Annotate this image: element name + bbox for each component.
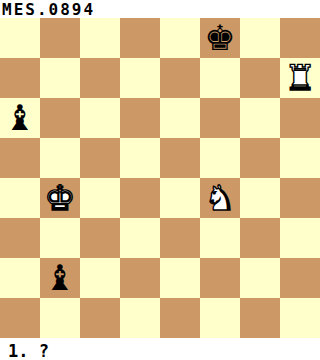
square-c3[interactable] bbox=[80, 218, 120, 258]
square-e5[interactable] bbox=[160, 138, 200, 178]
square-b3[interactable] bbox=[40, 218, 80, 258]
square-e4[interactable] bbox=[160, 178, 200, 218]
square-e6[interactable] bbox=[160, 98, 200, 138]
square-c1[interactable] bbox=[80, 298, 120, 338]
square-b1[interactable] bbox=[40, 298, 80, 338]
white-knight[interactable]: ♞ bbox=[204, 181, 235, 216]
square-f1[interactable] bbox=[200, 298, 240, 338]
square-a2[interactable] bbox=[0, 258, 40, 298]
square-g4[interactable] bbox=[240, 178, 280, 218]
square-b6[interactable] bbox=[40, 98, 80, 138]
move-prompt: 1. ? bbox=[0, 338, 320, 360]
square-h5[interactable] bbox=[280, 138, 320, 178]
square-b8[interactable] bbox=[40, 18, 80, 58]
square-e1[interactable] bbox=[160, 298, 200, 338]
black-bishop[interactable]: ♝ bbox=[44, 261, 75, 296]
black-bishop[interactable]: ♝ bbox=[4, 101, 35, 136]
square-a3[interactable] bbox=[0, 218, 40, 258]
square-c4[interactable] bbox=[80, 178, 120, 218]
square-d4[interactable] bbox=[120, 178, 160, 218]
square-h8[interactable] bbox=[280, 18, 320, 58]
square-c7[interactable] bbox=[80, 58, 120, 98]
square-f8[interactable]: ♚ bbox=[200, 18, 240, 58]
square-a8[interactable] bbox=[0, 18, 40, 58]
square-g2[interactable] bbox=[240, 258, 280, 298]
square-e2[interactable] bbox=[160, 258, 200, 298]
square-h2[interactable] bbox=[280, 258, 320, 298]
chess-board: ♚♜♝♚♞♝ bbox=[0, 18, 320, 338]
square-a5[interactable] bbox=[0, 138, 40, 178]
square-g1[interactable] bbox=[240, 298, 280, 338]
square-d5[interactable] bbox=[120, 138, 160, 178]
black-king[interactable]: ♚ bbox=[204, 21, 235, 56]
white-rook[interactable]: ♜ bbox=[284, 61, 315, 96]
square-d7[interactable] bbox=[120, 58, 160, 98]
square-a7[interactable] bbox=[0, 58, 40, 98]
square-e8[interactable] bbox=[160, 18, 200, 58]
square-d8[interactable] bbox=[120, 18, 160, 58]
square-b7[interactable] bbox=[40, 58, 80, 98]
square-c8[interactable] bbox=[80, 18, 120, 58]
square-c6[interactable] bbox=[80, 98, 120, 138]
square-h7[interactable]: ♜ bbox=[280, 58, 320, 98]
square-d2[interactable] bbox=[120, 258, 160, 298]
square-d3[interactable] bbox=[120, 218, 160, 258]
square-b5[interactable] bbox=[40, 138, 80, 178]
square-h4[interactable] bbox=[280, 178, 320, 218]
square-h6[interactable] bbox=[280, 98, 320, 138]
puzzle-id: MES.0894 bbox=[0, 0, 320, 18]
square-g5[interactable] bbox=[240, 138, 280, 178]
square-f4[interactable]: ♞ bbox=[200, 178, 240, 218]
square-f2[interactable] bbox=[200, 258, 240, 298]
square-b4[interactable]: ♚ bbox=[40, 178, 80, 218]
square-f6[interactable] bbox=[200, 98, 240, 138]
square-a1[interactable] bbox=[0, 298, 40, 338]
square-g7[interactable] bbox=[240, 58, 280, 98]
square-a6[interactable]: ♝ bbox=[0, 98, 40, 138]
square-c2[interactable] bbox=[80, 258, 120, 298]
square-e3[interactable] bbox=[160, 218, 200, 258]
square-f7[interactable] bbox=[200, 58, 240, 98]
square-d1[interactable] bbox=[120, 298, 160, 338]
square-f3[interactable] bbox=[200, 218, 240, 258]
square-g8[interactable] bbox=[240, 18, 280, 58]
square-a4[interactable] bbox=[0, 178, 40, 218]
square-e7[interactable] bbox=[160, 58, 200, 98]
square-h3[interactable] bbox=[280, 218, 320, 258]
square-b2[interactable]: ♝ bbox=[40, 258, 80, 298]
square-c5[interactable] bbox=[80, 138, 120, 178]
white-king[interactable]: ♚ bbox=[44, 181, 75, 216]
square-d6[interactable] bbox=[120, 98, 160, 138]
square-g6[interactable] bbox=[240, 98, 280, 138]
square-f5[interactable] bbox=[200, 138, 240, 178]
square-h1[interactable] bbox=[280, 298, 320, 338]
square-g3[interactable] bbox=[240, 218, 280, 258]
